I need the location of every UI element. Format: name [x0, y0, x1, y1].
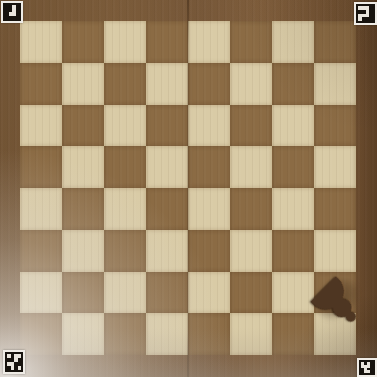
square-a3[interactable]: [20, 230, 62, 272]
square-h7[interactable]: [314, 63, 356, 105]
square-g8[interactable]: [272, 21, 314, 63]
square-a5[interactable]: [20, 146, 62, 188]
square-e3[interactable]: [188, 230, 230, 272]
square-g6[interactable]: [272, 105, 314, 147]
square-f1[interactable]: [230, 313, 272, 355]
fiducial-marker-top-right: [354, 2, 377, 25]
marker-bit: [370, 370, 373, 373]
square-c7[interactable]: [104, 63, 146, 105]
square-e7[interactable]: [188, 63, 230, 105]
square-b3[interactable]: [62, 230, 104, 272]
square-f2[interactable]: [230, 272, 272, 314]
fiducial-pattern-top-left: [3, 3, 21, 21]
square-d5[interactable]: [146, 146, 188, 188]
square-c3[interactable]: [104, 230, 146, 272]
square-e8[interactable]: [188, 21, 230, 63]
square-a7[interactable]: [20, 63, 62, 105]
square-d7[interactable]: [146, 63, 188, 105]
square-e1[interactable]: [188, 313, 230, 355]
square-g5[interactable]: [272, 146, 314, 188]
square-a1[interactable]: [20, 313, 62, 355]
square-d6[interactable]: [146, 105, 188, 147]
square-b1[interactable]: [62, 313, 104, 355]
square-g3[interactable]: [272, 230, 314, 272]
square-c5[interactable]: [104, 146, 146, 188]
square-d4[interactable]: [146, 188, 188, 230]
fiducial-marker-bottom-right: [357, 358, 377, 377]
square-d1[interactable]: [146, 313, 188, 355]
square-g7[interactable]: [272, 63, 314, 105]
square-b6[interactable]: [62, 105, 104, 147]
marker-bit: [369, 17, 373, 21]
square-c4[interactable]: [104, 188, 146, 230]
board-photo: ♟: [0, 0, 377, 377]
square-b2[interactable]: [62, 272, 104, 314]
square-h5[interactable]: [314, 146, 356, 188]
square-e6[interactable]: [188, 105, 230, 147]
square-a8[interactable]: [20, 21, 62, 63]
square-c8[interactable]: [104, 21, 146, 63]
fiducial-pattern-bottom-left: [5, 352, 23, 372]
square-h8[interactable]: [314, 21, 356, 63]
square-b8[interactable]: [62, 21, 104, 63]
square-d8[interactable]: [146, 21, 188, 63]
square-d2[interactable]: [146, 272, 188, 314]
square-c2[interactable]: [104, 272, 146, 314]
square-f6[interactable]: [230, 105, 272, 147]
square-g1[interactable]: [272, 313, 314, 355]
square-f3[interactable]: [230, 230, 272, 272]
square-e2[interactable]: [188, 272, 230, 314]
square-e5[interactable]: [188, 146, 230, 188]
square-a6[interactable]: [20, 105, 62, 147]
square-d3[interactable]: [146, 230, 188, 272]
marker-bit: [16, 16, 20, 20]
square-g4[interactable]: [272, 188, 314, 230]
fiducial-pattern-top-right: [356, 4, 375, 23]
square-a4[interactable]: [20, 188, 62, 230]
square-b4[interactable]: [62, 188, 104, 230]
board-fold-seam: [187, 0, 189, 377]
square-c6[interactable]: [104, 105, 146, 147]
square-h4[interactable]: [314, 188, 356, 230]
fiducial-pattern-bottom-right: [359, 360, 375, 375]
marker-bit: [18, 366, 22, 370]
fiducial-marker-bottom-left: [3, 350, 25, 374]
square-f7[interactable]: [230, 63, 272, 105]
square-e4[interactable]: [188, 188, 230, 230]
square-f5[interactable]: [230, 146, 272, 188]
fiducial-marker-top-left: [1, 1, 23, 23]
square-f4[interactable]: [230, 188, 272, 230]
square-f8[interactable]: [230, 21, 272, 63]
square-b5[interactable]: [62, 146, 104, 188]
square-a2[interactable]: [20, 272, 62, 314]
square-c1[interactable]: [104, 313, 146, 355]
square-b7[interactable]: [62, 63, 104, 105]
square-h6[interactable]: [314, 105, 356, 147]
